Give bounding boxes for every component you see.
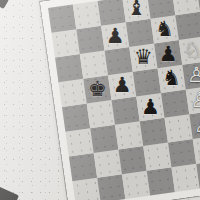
black-pawn[interactable]: ♟ — [159, 42, 178, 67]
black-pawn[interactable]: ♟ — [141, 95, 160, 120]
square-g3[interactable] — [175, 12, 200, 40]
square-f8[interactable] — [55, 54, 83, 82]
black-bishop[interactable]: ♝ — [127, 0, 146, 21]
square-h8[interactable] — [48, 4, 76, 32]
square-a4[interactable] — [171, 164, 199, 192]
square-a6[interactable] — [122, 171, 150, 199]
square-b4[interactable] — [168, 139, 196, 167]
square-b8[interactable] — [69, 153, 97, 181]
square-f6[interactable] — [105, 47, 133, 75]
square-g8[interactable] — [52, 29, 80, 57]
photo-smudge-bottom-left — [0, 186, 19, 200]
square-f7[interactable] — [80, 50, 108, 78]
square-g6[interactable]: ♟ — [101, 22, 129, 50]
square-d4[interactable] — [161, 90, 189, 118]
black-pawn[interactable]: ♟ — [113, 73, 132, 98]
square-f5[interactable]: ♛ — [129, 43, 157, 71]
photo-smudge-top-left — [0, 0, 9, 9]
black-queen[interactable]: ♛ — [134, 45, 153, 70]
black-pawn[interactable]: ♟ — [106, 24, 125, 49]
square-a7[interactable] — [97, 174, 125, 200]
square-e6[interactable]: ♟ — [108, 72, 136, 100]
square-h6[interactable] — [98, 0, 126, 26]
square-h5[interactable]: ♝ — [122, 0, 150, 22]
black-knight[interactable]: ♞ — [155, 17, 174, 42]
chessboard-photo: ♚♟♟♟♛♝♞♟♞♙♙♙♙♘♙♕♗♗♔♖♖ — [0, 0, 200, 200]
square-g4[interactable]: ♞ — [151, 15, 179, 43]
square-f4[interactable]: ♟ — [154, 40, 182, 68]
black-knight[interactable]: ♞ — [162, 66, 181, 91]
square-h7[interactable] — [73, 1, 101, 29]
white-pawn[interactable]: ♙ — [187, 63, 200, 88]
square-c4[interactable] — [164, 114, 192, 142]
square-c6[interactable] — [115, 121, 143, 149]
square-c8[interactable] — [65, 128, 93, 156]
square-f3[interactable]: ♘ — [179, 37, 200, 65]
white-pawn[interactable]: ♙ — [197, 137, 200, 162]
white-pawn[interactable]: ♙ — [190, 88, 200, 113]
white-pawn[interactable]: ♙ — [194, 112, 200, 137]
square-a8[interactable] — [72, 178, 100, 200]
board-grid: ♚♟♟♟♛♝♞♟♞♙♙♙♙♘♙♕♗♗♔♖♖ — [40, 0, 200, 200]
square-c5[interactable] — [140, 118, 168, 146]
square-b5[interactable] — [143, 143, 171, 171]
square-c7[interactable] — [90, 125, 118, 153]
square-d7[interactable] — [87, 100, 115, 128]
square-g5[interactable] — [126, 19, 154, 47]
square-d8[interactable] — [62, 103, 90, 131]
square-a5[interactable] — [147, 167, 175, 195]
square-d6[interactable] — [111, 96, 139, 124]
white-knight[interactable]: ♘ — [184, 38, 200, 63]
black-king[interactable]: ♚ — [88, 77, 107, 102]
square-d3[interactable]: ♙ — [186, 86, 200, 114]
chess-board: ♚♟♟♟♛♝♞♟♞♙♙♙♙♘♙♕♗♗♔♖♖ — [40, 0, 200, 200]
square-b6[interactable] — [118, 146, 146, 174]
square-e3[interactable]: ♙ — [182, 61, 200, 89]
square-e5[interactable] — [133, 68, 161, 96]
square-g7[interactable] — [76, 26, 104, 54]
square-d5[interactable]: ♟ — [136, 93, 164, 121]
square-e4[interactable]: ♞ — [158, 65, 186, 93]
square-e7[interactable]: ♚ — [83, 75, 111, 103]
square-e8[interactable] — [58, 79, 86, 107]
square-b7[interactable] — [94, 149, 122, 177]
